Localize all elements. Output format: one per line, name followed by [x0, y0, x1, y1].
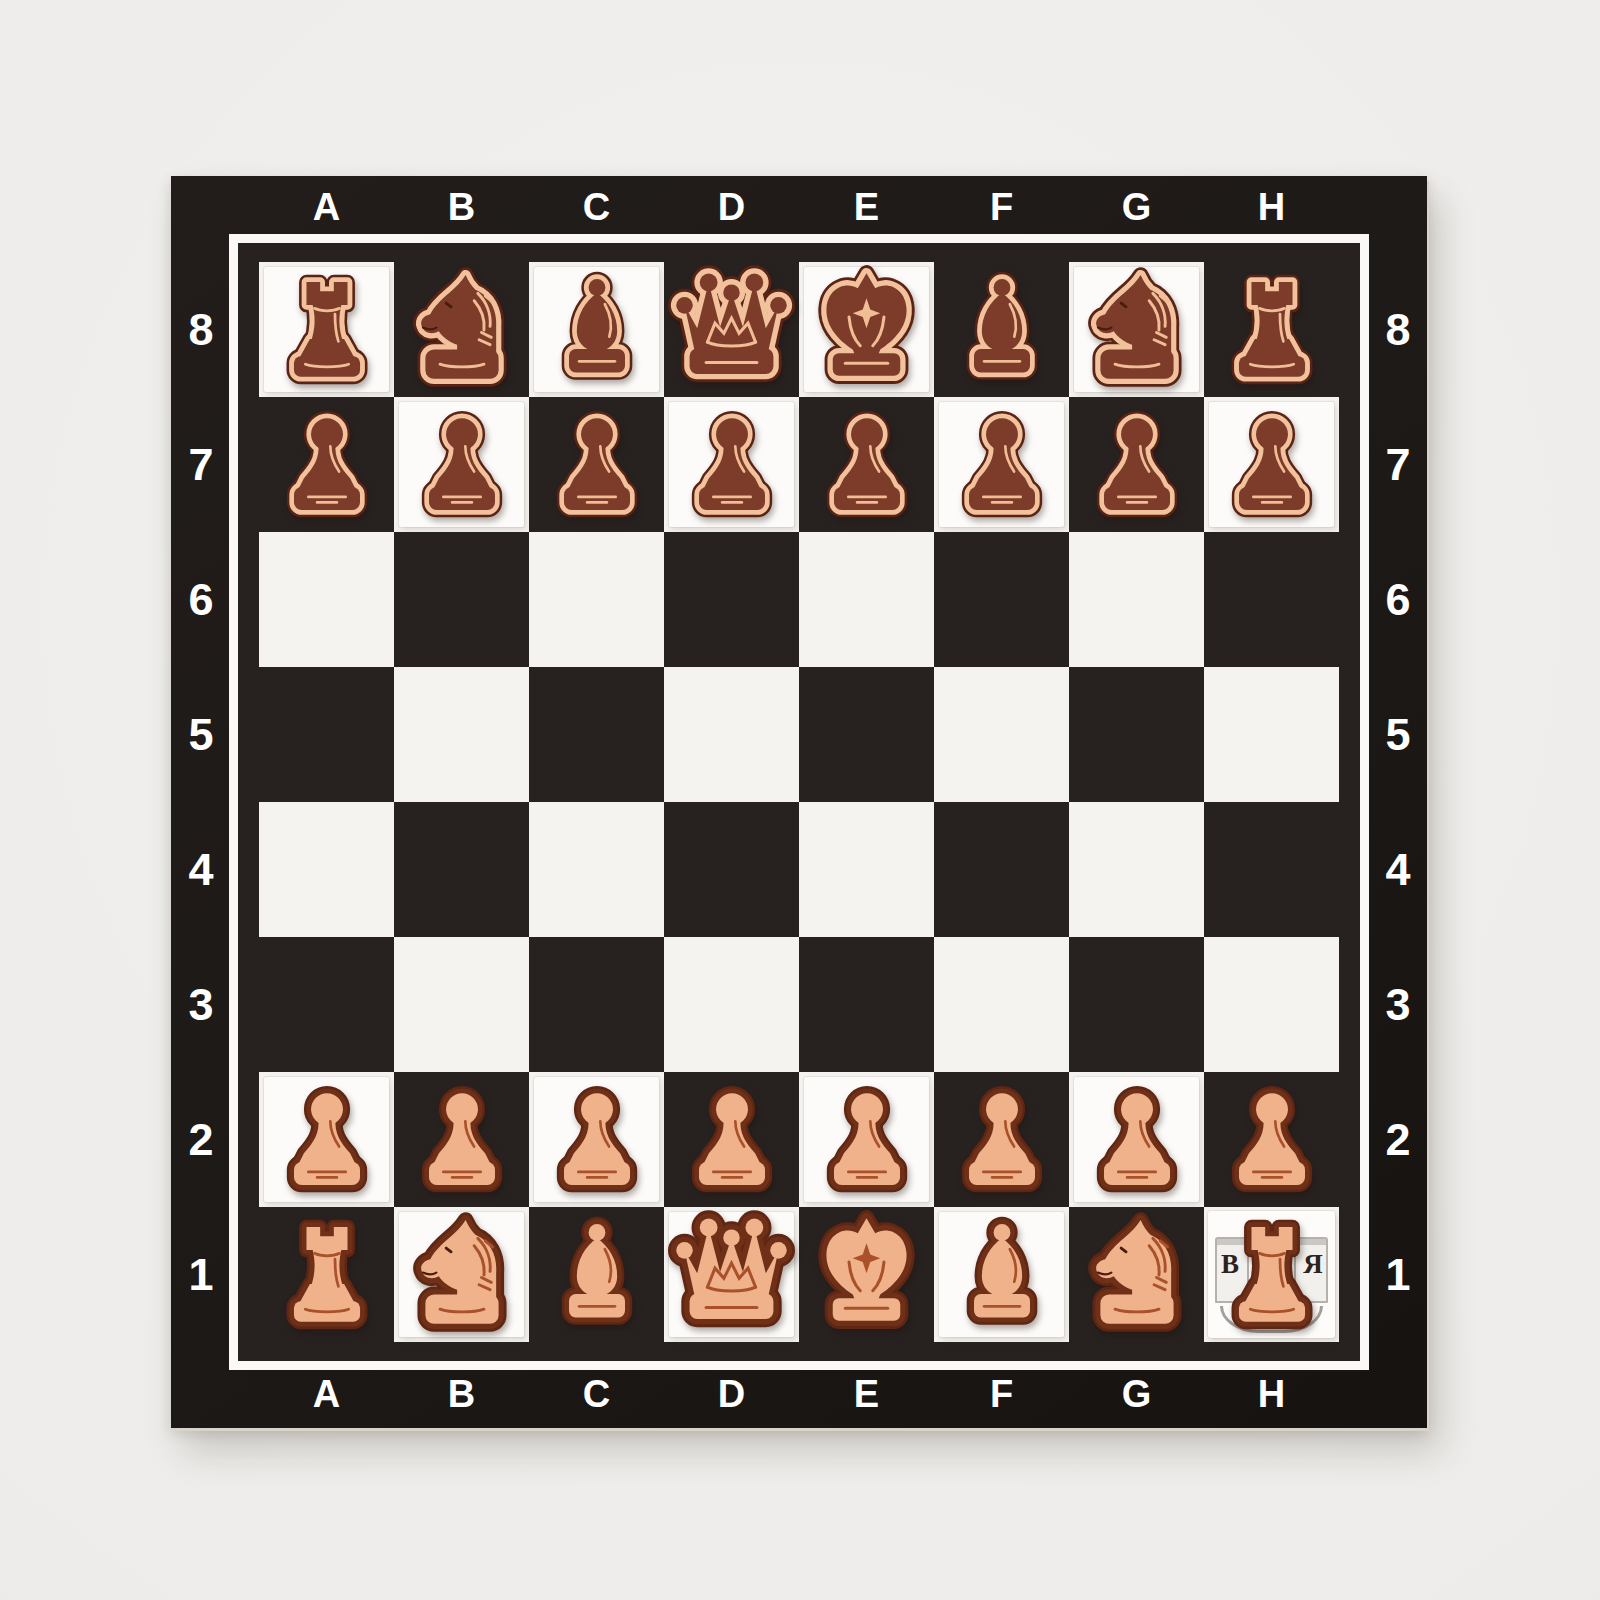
- file-label: C: [529, 1374, 664, 1414]
- square-h6[interactable]: [1204, 532, 1339, 667]
- square-e3[interactable]: [799, 937, 934, 1072]
- square-a1[interactable]: [259, 1207, 394, 1342]
- square-h3[interactable]: [1204, 937, 1339, 1072]
- square-e1[interactable]: [799, 1207, 934, 1342]
- square-a5[interactable]: [259, 667, 394, 802]
- rank-label: 6: [173, 532, 229, 667]
- square-d5[interactable]: [664, 667, 799, 802]
- square-d4[interactable]: [664, 802, 799, 937]
- rank-label: 1: [173, 1207, 229, 1342]
- square-a6[interactable]: [259, 532, 394, 667]
- rank-label: 2: [173, 1072, 229, 1207]
- square-d2[interactable]: [664, 1072, 799, 1207]
- square-c8[interactable]: [529, 262, 664, 397]
- black-pawn-icon[interactable]: [1082, 410, 1192, 520]
- square-e2[interactable]: [799, 1072, 934, 1207]
- white-bishop-icon[interactable]: [946, 1219, 1058, 1331]
- square-h4[interactable]: [1204, 802, 1339, 937]
- black-knight-icon[interactable]: [1076, 269, 1198, 391]
- square-g8[interactable]: [1069, 262, 1204, 397]
- white-rook-icon[interactable]: [1215, 1218, 1329, 1332]
- square-h5[interactable]: [1204, 667, 1339, 802]
- square-f4[interactable]: [934, 802, 1069, 937]
- white-bishop-icon[interactable]: [541, 1219, 653, 1331]
- square-c4[interactable]: [529, 802, 664, 937]
- white-pawn-icon[interactable]: [407, 1085, 517, 1195]
- rank-label: 4: [1369, 802, 1427, 937]
- rank-label: 7: [1369, 397, 1427, 532]
- square-f2[interactable]: [934, 1072, 1069, 1207]
- square-f7[interactable]: [934, 397, 1069, 532]
- rank-label: 1: [1369, 1207, 1427, 1342]
- square-e8[interactable]: [799, 262, 934, 397]
- square-a8[interactable]: [259, 262, 394, 397]
- white-knight-icon[interactable]: [401, 1214, 523, 1336]
- rank-label: 2: [1369, 1072, 1427, 1207]
- black-bishop-icon[interactable]: [541, 274, 653, 386]
- file-label: G: [1069, 184, 1204, 230]
- square-a2[interactable]: [259, 1072, 394, 1207]
- square-b5[interactable]: [394, 667, 529, 802]
- square-e6[interactable]: [799, 532, 934, 667]
- black-pawn-icon[interactable]: [1217, 410, 1327, 520]
- square-a7[interactable]: [259, 397, 394, 532]
- square-a3[interactable]: [259, 937, 394, 1072]
- square-g6[interactable]: [1069, 532, 1204, 667]
- black-knight-icon[interactable]: [401, 269, 523, 391]
- square-c1[interactable]: [529, 1207, 664, 1342]
- square-b7[interactable]: [394, 397, 529, 532]
- white-pawn-icon[interactable]: [272, 1085, 382, 1195]
- file-label: G: [1069, 1374, 1204, 1414]
- square-b8[interactable]: [394, 262, 529, 397]
- square-f3[interactable]: [934, 937, 1069, 1072]
- square-e5[interactable]: [799, 667, 934, 802]
- square-a4[interactable]: [259, 802, 394, 937]
- file-label: F: [934, 184, 1069, 230]
- white-queen-icon[interactable]: [668, 1211, 795, 1338]
- square-d1[interactable]: [664, 1207, 799, 1342]
- square-h2[interactable]: [1204, 1072, 1339, 1207]
- file-label: F: [934, 1374, 1069, 1414]
- white-king-icon[interactable]: [804, 1212, 929, 1337]
- square-g2[interactable]: [1069, 1072, 1204, 1207]
- black-rook-icon[interactable]: [270, 273, 384, 387]
- rank-label: 5: [173, 667, 229, 802]
- square-e4[interactable]: [799, 802, 934, 937]
- file-labels-bottom: ABCDEFGH: [259, 1374, 1339, 1414]
- square-h8[interactable]: [1204, 262, 1339, 397]
- square-e7[interactable]: [799, 397, 934, 532]
- black-pawn-icon[interactable]: [272, 410, 382, 520]
- square-d7[interactable]: [664, 397, 799, 532]
- square-g4[interactable]: [1069, 802, 1204, 937]
- file-label: H: [1204, 1374, 1339, 1414]
- rank-label: 7: [173, 397, 229, 532]
- chess-board: ВЯ ABCDEFGH ABCDEFGH 87654321 87654321: [171, 176, 1427, 1428]
- square-d6[interactable]: [664, 532, 799, 667]
- black-pawn-icon[interactable]: [812, 410, 922, 520]
- file-label: B: [394, 1374, 529, 1414]
- square-g3[interactable]: [1069, 937, 1204, 1072]
- square-g1[interactable]: [1069, 1207, 1204, 1342]
- board-grid: ВЯ: [259, 262, 1339, 1342]
- file-label: B: [394, 184, 529, 230]
- file-label: A: [259, 184, 394, 230]
- black-pawn-icon[interactable]: [947, 410, 1057, 520]
- rank-label: 4: [173, 802, 229, 937]
- white-knight-icon[interactable]: [1076, 1214, 1198, 1336]
- black-queen-icon[interactable]: [668, 266, 795, 393]
- black-pawn-icon[interactable]: [407, 410, 517, 520]
- square-b2[interactable]: [394, 1072, 529, 1207]
- rank-label: 8: [173, 262, 229, 397]
- black-rook-icon[interactable]: [1215, 273, 1329, 387]
- square-c7[interactable]: [529, 397, 664, 532]
- white-pawn-icon[interactable]: [677, 1085, 787, 1195]
- black-king-icon[interactable]: [804, 267, 929, 392]
- black-pawn-icon[interactable]: [542, 410, 652, 520]
- square-d3[interactable]: [664, 937, 799, 1072]
- file-labels-top: ABCDEFGH: [259, 184, 1339, 230]
- square-c5[interactable]: [529, 667, 664, 802]
- file-label: D: [664, 184, 799, 230]
- square-b6[interactable]: [394, 532, 529, 667]
- square-f5[interactable]: [934, 667, 1069, 802]
- white-pawn-icon[interactable]: [947, 1085, 1057, 1195]
- square-c2[interactable]: [529, 1072, 664, 1207]
- white-rook-icon[interactable]: [270, 1218, 384, 1332]
- rank-label: 3: [1369, 937, 1427, 1072]
- file-label: H: [1204, 184, 1339, 230]
- rank-label: 8: [1369, 262, 1427, 397]
- square-g7[interactable]: [1069, 397, 1204, 532]
- file-label: E: [799, 1374, 934, 1414]
- white-pawn-icon[interactable]: [1082, 1085, 1192, 1195]
- square-c6[interactable]: [529, 532, 664, 667]
- white-pawn-icon[interactable]: [812, 1085, 922, 1195]
- black-pawn-icon[interactable]: [677, 410, 787, 520]
- rank-labels-right: 87654321: [1369, 262, 1427, 1342]
- square-f6[interactable]: [934, 532, 1069, 667]
- square-h7[interactable]: [1204, 397, 1339, 532]
- file-label: A: [259, 1374, 394, 1414]
- square-c3[interactable]: [529, 937, 664, 1072]
- rank-label: 5: [1369, 667, 1427, 802]
- rank-labels-left: 87654321: [173, 262, 229, 1342]
- square-f8[interactable]: [934, 262, 1069, 397]
- file-label: E: [799, 184, 934, 230]
- square-b4[interactable]: [394, 802, 529, 937]
- file-label: C: [529, 184, 664, 230]
- white-pawn-icon[interactable]: [542, 1085, 652, 1195]
- white-pawn-icon[interactable]: [1217, 1085, 1327, 1195]
- rank-label: 3: [173, 937, 229, 1072]
- square-f1[interactable]: [934, 1207, 1069, 1342]
- square-g5[interactable]: [1069, 667, 1204, 802]
- rank-label: 6: [1369, 532, 1427, 667]
- square-d8[interactable]: [664, 262, 799, 397]
- square-b3[interactable]: [394, 937, 529, 1072]
- file-label: D: [664, 1374, 799, 1414]
- square-b1[interactable]: [394, 1207, 529, 1342]
- black-bishop-icon[interactable]: [946, 274, 1058, 386]
- square-h1[interactable]: ВЯ: [1204, 1207, 1339, 1342]
